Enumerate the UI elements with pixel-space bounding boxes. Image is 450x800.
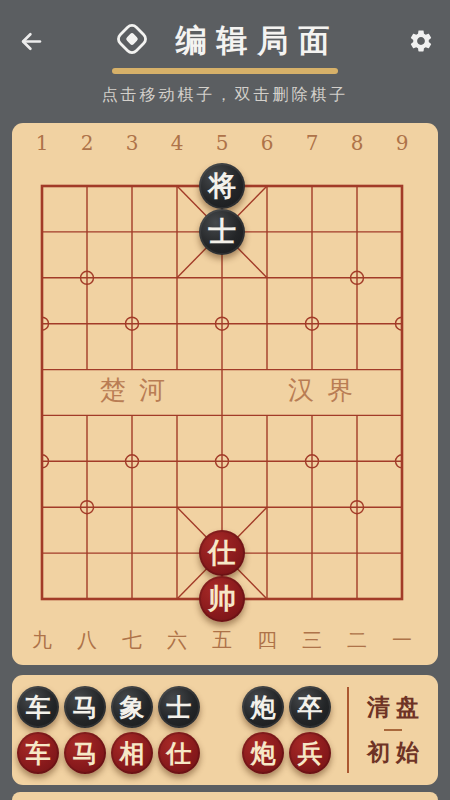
tray-piece-red[interactable]: 车	[17, 732, 59, 774]
river-label-right: 汉界	[288, 373, 366, 408]
row-label: 八	[74, 629, 100, 651]
tray-piece-red[interactable]: 马	[64, 732, 106, 774]
tray-piece-red[interactable]: 仕	[158, 732, 200, 774]
settings-button[interactable]	[404, 26, 438, 60]
button-separator	[384, 729, 402, 731]
row-label: 七	[119, 629, 145, 651]
hint-text: 点击移动棋子，双击删除棋子	[0, 85, 450, 106]
tray-piece-red[interactable]: 兵	[289, 732, 331, 774]
next-panel-stub	[12, 792, 438, 800]
screen: 编辑局面 点击移动棋子，双击删除棋子	[0, 0, 450, 800]
row-label: 三	[299, 629, 325, 651]
column-label: 3	[119, 132, 145, 154]
tray-buttons: 清盘 初始	[348, 675, 438, 785]
river-label-left: 楚河	[100, 373, 178, 408]
board-piece[interactable]: 仕	[199, 530, 245, 576]
board-piece[interactable]: 帅	[199, 576, 245, 622]
clear-board-button[interactable]: 清盘	[361, 690, 425, 725]
row-label: 六	[164, 629, 190, 651]
tray-piece-black[interactable]: 车	[17, 686, 59, 728]
column-label: 2	[74, 132, 100, 154]
tray-panel: 清盘 初始 车马象士炮卒车马相仕炮兵	[12, 675, 438, 785]
tray-piece-black[interactable]: 卒	[289, 686, 331, 728]
diamond-icon	[111, 18, 153, 64]
column-label: 7	[299, 132, 325, 154]
tray-piece-black[interactable]: 炮	[242, 686, 284, 728]
tray-piece-red[interactable]: 炮	[242, 732, 284, 774]
tray-piece-black[interactable]: 马	[64, 686, 106, 728]
tray-piece-red[interactable]: 相	[111, 732, 153, 774]
row-label: 二	[344, 629, 370, 651]
title-underline	[112, 68, 338, 74]
column-label: 6	[254, 132, 280, 154]
page-title: 编辑局面	[166, 20, 340, 62]
tray-piece-black[interactable]: 象	[111, 686, 153, 728]
title-row: 编辑局面	[0, 18, 450, 64]
board-piece[interactable]: 士	[199, 209, 245, 255]
board-panel: 楚河 汉界 123456789九八七六五四三二一将士仕帅	[12, 123, 438, 665]
row-label: 一	[389, 629, 415, 651]
column-label: 4	[164, 132, 190, 154]
board-piece[interactable]: 将	[199, 163, 245, 209]
gear-icon	[408, 28, 434, 58]
column-label: 9	[389, 132, 415, 154]
column-label: 8	[344, 132, 370, 154]
column-label: 1	[29, 132, 55, 154]
column-label: 5	[209, 132, 235, 154]
row-label: 四	[254, 629, 280, 651]
row-label: 九	[29, 629, 55, 651]
tray-piece-black[interactable]: 士	[158, 686, 200, 728]
row-label: 五	[209, 629, 235, 651]
reset-position-button[interactable]: 初始	[361, 735, 425, 770]
